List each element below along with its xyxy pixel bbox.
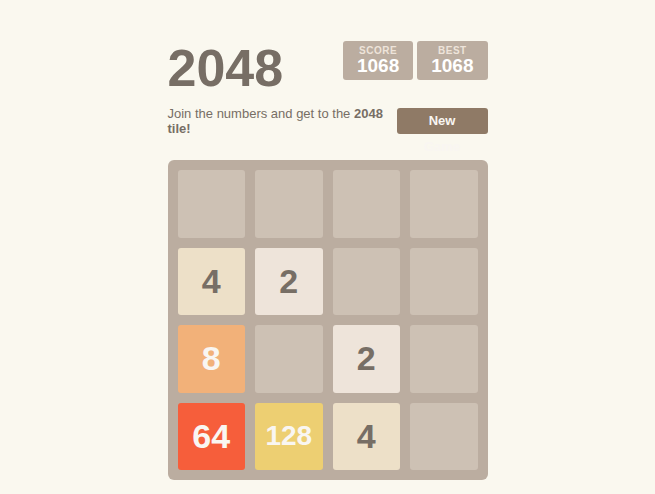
- empty-cell-r4c4: [410, 403, 478, 471]
- empty-cell-r1c3: [333, 170, 401, 238]
- best-value: 1068: [431, 56, 473, 75]
- empty-cell-r1c4: [410, 170, 478, 238]
- empty-cell-r2c3: [333, 248, 401, 316]
- tile-4-r2c1: 4: [178, 248, 246, 316]
- tile-128-r4c2: 128: [255, 403, 323, 471]
- tile-2-r2c2: 2: [255, 248, 323, 316]
- empty-cell-r1c2: [255, 170, 323, 238]
- tile-8-r3c1: 8: [178, 325, 246, 393]
- header: 2048 SCORE 1068 BEST 1068: [168, 0, 488, 98]
- tile-2-r3c3: 2: [333, 325, 401, 393]
- score-value: 1068: [357, 56, 399, 75]
- subtitle-text: Join the numbers and get to the: [168, 106, 354, 121]
- empty-cell-r1c1: [178, 170, 246, 238]
- tile-4-r4c3: 4: [333, 403, 401, 471]
- new-game-button[interactable]: New Game: [397, 108, 488, 134]
- empty-cell-r3c4: [410, 325, 478, 393]
- game-board[interactable]: 4282641284: [168, 160, 488, 480]
- tile-64-r4c1: 64: [178, 403, 246, 471]
- subheader: Join the numbers and get to the 2048 til…: [168, 108, 488, 134]
- score-box: SCORE 1068: [343, 41, 413, 80]
- empty-cell-r3c2: [255, 325, 323, 393]
- app-container: 2048 SCORE 1068 BEST 1068 Join the numbe…: [168, 0, 488, 480]
- best-box: BEST 1068: [417, 41, 487, 80]
- empty-cell-r2c4: [410, 248, 478, 316]
- subtitle: Join the numbers and get to the 2048 til…: [168, 106, 397, 136]
- game-title: 2048: [168, 38, 284, 98]
- score-panel: SCORE 1068 BEST 1068: [343, 41, 488, 80]
